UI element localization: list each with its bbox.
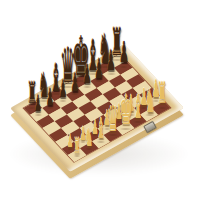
chess-set-product-photo: ♜♞♝♛♚♝♞♜♟♟♟♟♟♟♟♟♟♟♟♟♟♟♟♟♜♞♝♛♚♝♞♜ <box>0 0 200 200</box>
